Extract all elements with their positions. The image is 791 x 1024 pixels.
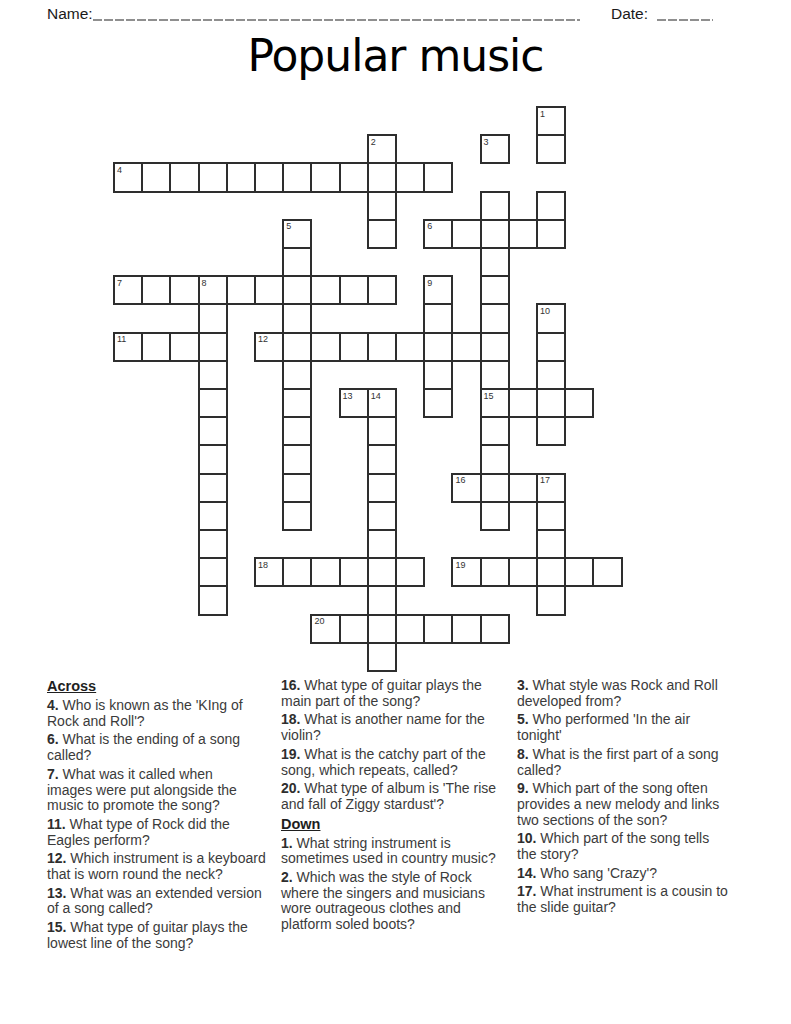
clue-number: 7. xyxy=(47,766,59,782)
grid-cell[interactable] xyxy=(480,614,510,644)
grid-cell[interactable] xyxy=(536,557,566,587)
grid-cell[interactable]: 19 xyxy=(451,557,481,587)
clue-down-2: 2. Which was the style of Rock where the… xyxy=(281,870,509,933)
grid-cell[interactable] xyxy=(282,275,312,305)
grid-cell[interactable] xyxy=(423,360,453,390)
grid-cell[interactable] xyxy=(282,473,312,503)
grid-cell[interactable] xyxy=(198,585,228,615)
grid-cell[interactable] xyxy=(480,416,510,446)
grid-cell[interactable] xyxy=(198,388,228,418)
grid-cell[interactable] xyxy=(536,219,566,249)
clue-across-16: 16. What type of guitar plays the main p… xyxy=(281,678,509,709)
grid-cell[interactable]: 1 xyxy=(536,106,566,136)
clue-number: 3. xyxy=(517,677,529,693)
grid-cell[interactable] xyxy=(480,501,510,531)
grid-cell[interactable] xyxy=(395,614,425,644)
clue-column-2: 16. What type of guitar plays the main p… xyxy=(281,678,509,936)
grid-cell[interactable] xyxy=(564,557,594,587)
grid-cell[interactable] xyxy=(198,444,228,474)
clue-down-8: 8. What is the first part of a song call… xyxy=(517,747,745,778)
grid-cell[interactable] xyxy=(141,275,171,305)
grid-cell[interactable] xyxy=(508,219,538,249)
grid-cell[interactable] xyxy=(423,388,453,418)
grid-cell[interactable] xyxy=(536,416,566,446)
cell-number-label: 13 xyxy=(343,391,353,401)
cell-number-label: 16 xyxy=(455,475,465,485)
clue-column-3: 3. What style was Rock and Roll develope… xyxy=(517,678,745,919)
grid-cell[interactable] xyxy=(480,191,510,221)
grid-cell[interactable] xyxy=(169,162,199,192)
cell-number-label: 20 xyxy=(314,616,324,626)
clue-across-18: 18. What is another name for the violin? xyxy=(281,712,509,743)
grid-cell[interactable] xyxy=(367,501,397,531)
crossword-grid: 1234567891011121314151617181920 xyxy=(113,106,625,674)
grid-cell[interactable]: 16 xyxy=(451,473,481,503)
grid-cell[interactable] xyxy=(310,557,340,587)
clue-across-11: 11. What type of Rock did the Eagles per… xyxy=(47,817,275,848)
grid-cell[interactable] xyxy=(198,332,228,362)
clue-down-3: 3. What style was Rock and Roll develope… xyxy=(517,678,745,709)
grid-cell[interactable] xyxy=(282,247,312,277)
grid-cell[interactable]: 11 xyxy=(113,332,143,362)
cell-number-label: 7 xyxy=(117,278,122,288)
grid-cell[interactable] xyxy=(367,275,397,305)
clue-number: 19. xyxy=(281,746,300,762)
cell-number-label: 3 xyxy=(484,137,489,147)
grid-cell[interactable] xyxy=(141,332,171,362)
grid-cell[interactable] xyxy=(282,416,312,446)
grid-cell[interactable] xyxy=(508,557,538,587)
grid-cell[interactable] xyxy=(536,585,566,615)
clue-down-9: 9. Which part of the song often provides… xyxy=(517,781,745,828)
grid-cell[interactable] xyxy=(367,529,397,559)
grid-cell[interactable] xyxy=(141,162,171,192)
grid-cell[interactable] xyxy=(169,332,199,362)
cell-number-label: 18 xyxy=(258,560,268,570)
grid-cell[interactable] xyxy=(226,275,256,305)
grid-cell[interactable] xyxy=(198,529,228,559)
grid-cell[interactable] xyxy=(339,332,369,362)
grid-cell[interactable] xyxy=(339,614,369,644)
grid-cell[interactable] xyxy=(451,332,481,362)
cell-number-label: 14 xyxy=(371,391,381,401)
grid-cell[interactable] xyxy=(339,557,369,587)
grid-cell[interactable] xyxy=(480,275,510,305)
grid-cell[interactable] xyxy=(367,219,397,249)
clue-across-12: 12. Which instrument is a keyboard that … xyxy=(47,851,275,882)
grid-cell[interactable] xyxy=(423,614,453,644)
grid-cell[interactable] xyxy=(339,275,369,305)
clue-across-4: 4. Who is known as the 'KIng of Rock and… xyxy=(47,698,275,729)
grid-cell[interactable] xyxy=(536,388,566,418)
grid-cell[interactable] xyxy=(395,557,425,587)
cell-number-label: 12 xyxy=(258,334,268,344)
clue-number: 8. xyxy=(517,746,529,762)
grid-cell[interactable]: 5 xyxy=(282,219,312,249)
grid-cell[interactable] xyxy=(367,162,397,192)
grid-cell[interactable] xyxy=(480,444,510,474)
grid-cell[interactable] xyxy=(198,303,228,333)
grid-cell[interactable]: 17 xyxy=(536,473,566,503)
grid-cell[interactable] xyxy=(198,473,228,503)
grid-cell[interactable]: 14 xyxy=(367,388,397,418)
grid-cell[interactable] xyxy=(198,416,228,446)
grid-cell[interactable] xyxy=(480,360,510,390)
grid-cell[interactable] xyxy=(480,557,510,587)
clue-across-6: 6. What is the ending of a song called? xyxy=(47,732,275,763)
clue-across-7: 7. What was it called when images were p… xyxy=(47,767,275,814)
cell-number-label: 17 xyxy=(540,475,550,485)
cell-number-label: 1 xyxy=(540,109,545,119)
grid-cell[interactable] xyxy=(198,557,228,587)
clue-down-10: 10. Which part of the song tells the sto… xyxy=(517,831,745,862)
grid-cell[interactable] xyxy=(536,360,566,390)
cell-number-label: 15 xyxy=(484,391,494,401)
name-field-line[interactable] xyxy=(93,7,580,21)
grid-cell[interactable]: 6 xyxy=(423,219,453,249)
grid-cell[interactable]: 20 xyxy=(310,614,340,644)
grid-cell[interactable] xyxy=(254,275,284,305)
grid-cell[interactable] xyxy=(480,473,510,503)
clue-down-17: 17. What instrument is a cousin to the s… xyxy=(517,884,745,915)
grid-cell[interactable] xyxy=(480,332,510,362)
grid-cell[interactable] xyxy=(367,642,397,672)
grid-cell[interactable] xyxy=(536,501,566,531)
grid-cell[interactable] xyxy=(198,360,228,390)
clue-number: 2. xyxy=(281,869,293,885)
clue-across-19: 19. What is the catchy part of the song,… xyxy=(281,747,509,778)
grid-cell[interactable] xyxy=(508,473,538,503)
clue-number: 13. xyxy=(47,885,66,901)
grid-cell[interactable]: 4 xyxy=(113,162,143,192)
grid-cell[interactable] xyxy=(536,191,566,221)
grid-cell[interactable]: 9 xyxy=(423,275,453,305)
grid-cell[interactable] xyxy=(395,332,425,362)
grid-cell[interactable] xyxy=(310,275,340,305)
cell-number-label: 2 xyxy=(371,137,376,147)
date-label: Date: xyxy=(611,5,648,23)
grid-cell[interactable] xyxy=(423,332,453,362)
clue-number: 4. xyxy=(47,697,59,713)
across-heading: Across xyxy=(47,678,275,694)
clue-down-5: 5. Who performed 'In the air tonight' xyxy=(517,712,745,743)
grid-cell[interactable]: 18 xyxy=(254,557,284,587)
grid-cell[interactable] xyxy=(282,388,312,418)
grid-cell[interactable] xyxy=(480,219,510,249)
grid-cell[interactable] xyxy=(310,162,340,192)
cell-number-label: 6 xyxy=(427,221,432,231)
grid-cell[interactable]: 13 xyxy=(339,388,369,418)
grid-cell[interactable] xyxy=(451,614,481,644)
clue-across-15: 15. What type of guitar plays the lowest… xyxy=(47,920,275,951)
grid-cell[interactable] xyxy=(367,332,397,362)
grid-cell[interactable] xyxy=(282,501,312,531)
grid-cell[interactable] xyxy=(282,557,312,587)
grid-cell[interactable] xyxy=(367,614,397,644)
clue-number: 20. xyxy=(281,780,300,796)
grid-cell[interactable] xyxy=(282,162,312,192)
grid-cell[interactable] xyxy=(536,529,566,559)
grid-cell[interactable]: 10 xyxy=(536,303,566,333)
cell-number-label: 11 xyxy=(117,334,126,344)
grid-cell[interactable] xyxy=(169,275,199,305)
grid-cell[interactable] xyxy=(367,444,397,474)
clue-number: 5. xyxy=(517,711,529,727)
grid-cell[interactable] xyxy=(254,162,284,192)
cell-number-label: 4 xyxy=(117,165,122,175)
clue-number: 15. xyxy=(47,919,66,935)
date-field-line[interactable] xyxy=(657,7,713,21)
grid-cell[interactable] xyxy=(282,360,312,390)
clue-number: 16. xyxy=(281,677,300,693)
clue-number: 10. xyxy=(517,830,536,846)
grid-cell[interactable]: 7 xyxy=(113,275,143,305)
grid-cell[interactable] xyxy=(367,557,397,587)
clue-across-13: 13. What was an extended version of a so… xyxy=(47,886,275,917)
grid-cell[interactable] xyxy=(282,332,312,362)
clue-down-14: 14. Who sang 'Crazy'? xyxy=(517,866,745,882)
clue-number: 18. xyxy=(281,711,300,727)
grid-cell[interactable] xyxy=(367,585,397,615)
grid-cell[interactable] xyxy=(536,332,566,362)
clue-across-20: 20. What type of album is 'The rise and … xyxy=(281,781,509,812)
grid-cell[interactable]: 8 xyxy=(198,275,228,305)
grid-cell[interactable] xyxy=(226,162,256,192)
page-title: Popular music xyxy=(0,30,791,81)
grid-cell[interactable] xyxy=(564,388,594,418)
grid-cell[interactable] xyxy=(423,162,453,192)
down-heading: Down xyxy=(281,816,509,832)
grid-cell[interactable] xyxy=(282,303,312,333)
grid-cell[interactable] xyxy=(367,473,397,503)
grid-cell[interactable] xyxy=(592,557,622,587)
clue-number: 9. xyxy=(517,780,529,796)
cell-number-label: 8 xyxy=(202,278,207,288)
grid-cell[interactable] xyxy=(508,388,538,418)
grid-cell[interactable] xyxy=(198,162,228,192)
clue-number: 14. xyxy=(517,865,536,881)
grid-cell[interactable] xyxy=(480,247,510,277)
grid-cell[interactable] xyxy=(198,501,228,531)
clue-number: 17. xyxy=(517,883,536,899)
grid-cell[interactable]: 15 xyxy=(480,388,510,418)
grid-cell[interactable] xyxy=(395,162,425,192)
cell-number-label: 10 xyxy=(540,306,550,316)
cell-number-label: 5 xyxy=(286,221,291,231)
cell-number-label: 9 xyxy=(427,278,432,288)
grid-cell[interactable] xyxy=(451,219,481,249)
grid-cell[interactable] xyxy=(310,332,340,362)
grid-cell[interactable] xyxy=(480,303,510,333)
clue-number: 6. xyxy=(47,731,59,747)
clue-number: 11. xyxy=(47,816,66,832)
grid-cell[interactable] xyxy=(367,416,397,446)
clue-number: 1. xyxy=(281,835,293,851)
grid-cell[interactable]: 3 xyxy=(480,134,510,164)
grid-cell[interactable]: 12 xyxy=(254,332,284,362)
grid-cell[interactable] xyxy=(339,162,369,192)
name-label: Name: xyxy=(47,5,93,23)
grid-cell[interactable] xyxy=(536,134,566,164)
grid-cell[interactable] xyxy=(423,303,453,333)
clue-column-1: Across4. Who is known as the 'KIng of Ro… xyxy=(47,678,275,955)
grid-cell[interactable] xyxy=(367,191,397,221)
grid-cell[interactable] xyxy=(282,444,312,474)
clue-number: 12. xyxy=(47,850,66,866)
grid-cell[interactable]: 2 xyxy=(367,134,397,164)
worksheet-page: Name: Date: Popular music 12345678910111… xyxy=(0,0,791,1024)
cell-number-label: 19 xyxy=(455,560,465,570)
clue-down-1: 1. What string instrument is sometimes u… xyxy=(281,836,509,867)
